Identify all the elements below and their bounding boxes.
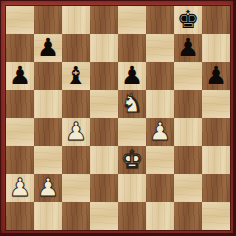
square-h4[interactable] xyxy=(202,118,230,146)
square-a5[interactable] xyxy=(6,90,34,118)
square-a8[interactable] xyxy=(6,6,34,34)
square-h8[interactable] xyxy=(202,6,230,34)
square-h7[interactable] xyxy=(202,34,230,62)
square-d8[interactable] xyxy=(90,6,118,34)
square-g2[interactable] xyxy=(174,174,202,202)
square-d2[interactable] xyxy=(90,174,118,202)
square-h5[interactable] xyxy=(202,90,230,118)
square-g6[interactable] xyxy=(174,62,202,90)
square-g7[interactable]: ♟ xyxy=(174,34,202,62)
square-c7[interactable] xyxy=(62,34,90,62)
black-pawn: ♟ xyxy=(9,62,31,90)
square-a1[interactable] xyxy=(6,202,34,230)
square-e6[interactable]: ♟ xyxy=(118,62,146,90)
white-pawn: ♟ xyxy=(9,174,31,202)
square-c3[interactable] xyxy=(62,146,90,174)
black-pawn: ♟ xyxy=(121,62,143,90)
square-f7[interactable] xyxy=(146,34,174,62)
square-f4[interactable]: ♟ xyxy=(146,118,174,146)
chess-board: ♚♟♟♟♝♟♟♞♟♟♚♟♟ xyxy=(6,6,230,230)
square-e2[interactable] xyxy=(118,174,146,202)
chess-board-frame: ♚♟♟♟♝♟♟♞♟♟♚♟♟ xyxy=(0,0,234,234)
square-e7[interactable] xyxy=(118,34,146,62)
square-g3[interactable] xyxy=(174,146,202,174)
square-h1[interactable] xyxy=(202,202,230,230)
black-pawn: ♟ xyxy=(37,34,59,62)
square-h2[interactable] xyxy=(202,174,230,202)
square-d5[interactable] xyxy=(90,90,118,118)
square-c8[interactable] xyxy=(62,6,90,34)
square-f1[interactable] xyxy=(146,202,174,230)
black-bishop: ♝ xyxy=(65,62,87,90)
square-f5[interactable] xyxy=(146,90,174,118)
square-c2[interactable] xyxy=(62,174,90,202)
square-d4[interactable] xyxy=(90,118,118,146)
square-f6[interactable] xyxy=(146,62,174,90)
square-d1[interactable] xyxy=(90,202,118,230)
black-king: ♚ xyxy=(177,6,199,34)
square-g4[interactable] xyxy=(174,118,202,146)
square-g8[interactable]: ♚ xyxy=(174,6,202,34)
black-pawn: ♟ xyxy=(205,62,227,90)
square-f2[interactable] xyxy=(146,174,174,202)
black-pawn: ♟ xyxy=(177,34,199,62)
square-b1[interactable] xyxy=(34,202,62,230)
white-pawn: ♟ xyxy=(65,118,87,146)
square-b2[interactable]: ♟ xyxy=(34,174,62,202)
white-pawn: ♟ xyxy=(149,118,171,146)
square-f8[interactable] xyxy=(146,6,174,34)
square-b4[interactable] xyxy=(34,118,62,146)
square-a4[interactable] xyxy=(6,118,34,146)
square-c5[interactable] xyxy=(62,90,90,118)
square-a2[interactable]: ♟ xyxy=(6,174,34,202)
square-b6[interactable] xyxy=(34,62,62,90)
square-a3[interactable] xyxy=(6,146,34,174)
square-b3[interactable] xyxy=(34,146,62,174)
white-knight: ♞ xyxy=(121,90,143,118)
square-b8[interactable] xyxy=(34,6,62,34)
square-d6[interactable] xyxy=(90,62,118,90)
square-e3[interactable]: ♚ xyxy=(118,146,146,174)
square-a7[interactable] xyxy=(6,34,34,62)
square-b7[interactable]: ♟ xyxy=(34,34,62,62)
square-d3[interactable] xyxy=(90,146,118,174)
square-d7[interactable] xyxy=(90,34,118,62)
square-e1[interactable] xyxy=(118,202,146,230)
square-e5[interactable]: ♞ xyxy=(118,90,146,118)
square-f3[interactable] xyxy=(146,146,174,174)
square-c6[interactable]: ♝ xyxy=(62,62,90,90)
square-c4[interactable]: ♟ xyxy=(62,118,90,146)
square-e4[interactable] xyxy=(118,118,146,146)
white-pawn: ♟ xyxy=(37,174,59,202)
square-g1[interactable] xyxy=(174,202,202,230)
square-c1[interactable] xyxy=(62,202,90,230)
square-a6[interactable]: ♟ xyxy=(6,62,34,90)
square-b5[interactable] xyxy=(34,90,62,118)
square-h6[interactable]: ♟ xyxy=(202,62,230,90)
white-king: ♚ xyxy=(121,146,143,174)
square-e8[interactable] xyxy=(118,6,146,34)
square-h3[interactable] xyxy=(202,146,230,174)
square-g5[interactable] xyxy=(174,90,202,118)
